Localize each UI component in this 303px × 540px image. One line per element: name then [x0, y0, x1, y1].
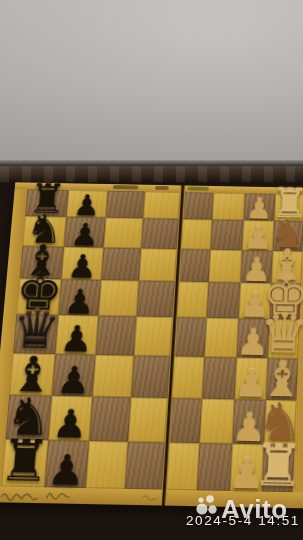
square-e1: ♚ [270, 283, 302, 319]
piece-black-pawn-g7: ♟ [69, 219, 100, 251]
piece-white-bishop-f1: ♝ [267, 244, 303, 287]
square-d1: ♛ [268, 319, 300, 359]
square-a3 [197, 443, 232, 491]
square-h8: ♜ [25, 189, 68, 217]
piece-white-pawn-f2: ♟ [241, 253, 272, 286]
wall-background [0, 0, 303, 166]
board-grid: ♜♟♟♜♞♟♟♞♝♟♟♝♚♟♟♚♛♟♟♛♝♟♟♝♞♟♟♞♜♟♟♜ [1, 189, 303, 492]
listing-photo: ♜♟♟♜♞♟♟♞♝♟♟♝♚♟♟♚♛♟♟♛♝♟♟♝♞♟♟♞♜♟♟♜ Avito 2… [0, 0, 303, 540]
square-d7: ♟ [55, 315, 98, 355]
piece-black-pawn-f7: ♟ [66, 250, 98, 283]
square-h2: ♟ [244, 193, 276, 220]
square-a2: ♟ [230, 444, 264, 492]
square-b5 [128, 397, 168, 442]
square-d5 [134, 316, 173, 356]
square-f3 [209, 250, 242, 283]
piece-black-pawn-b7: ♟ [51, 404, 89, 444]
square-c5 [131, 356, 170, 398]
square-b3 [200, 399, 235, 444]
piece-black-bishop-c8: ♝ [9, 349, 57, 399]
square-h3 [212, 193, 245, 221]
piece-white-pawn-c2: ♟ [233, 365, 268, 403]
square-e2: ♟ [239, 283, 272, 319]
square-g8: ♞ [22, 216, 66, 247]
piece-black-knight-b8: ♞ [4, 391, 54, 443]
handwriting-inscription [0, 489, 165, 505]
piece-black-pawn-h7: ♟ [73, 191, 102, 220]
piece-white-pawn-h2: ♟ [245, 194, 273, 223]
square-b8: ♞ [5, 395, 51, 440]
square-c6 [92, 355, 133, 397]
square-e5 [136, 281, 174, 317]
top-edge-ink-mark [155, 186, 169, 190]
square-g6 [104, 218, 144, 249]
photo-timestamp: 2024-5-4 14:51 [186, 513, 300, 528]
square-g2: ♟ [242, 220, 274, 251]
square-f2: ♟ [240, 250, 272, 283]
square-c3 [202, 357, 237, 399]
square-b1: ♞ [264, 400, 296, 445]
piece-white-pawn-d2: ♟ [236, 324, 270, 361]
piece-white-pawn-b2: ♟ [231, 408, 268, 448]
top-edge-ink-mark [113, 185, 139, 189]
piece-black-pawn-c7: ♟ [55, 361, 91, 399]
board-playing-area: ♜♟♟♜♞♟♟♞♝♟♟♝♚♟♟♚♛♟♟♛♝♟♟♝♞♟♟♞♜♟♟♜ [0, 189, 303, 509]
square-e8: ♚ [16, 278, 61, 314]
piece-black-pawn-e7: ♟ [63, 284, 96, 318]
square-d8: ♛ [13, 314, 58, 354]
top-edge-ink-mark [187, 186, 209, 190]
square-g3 [210, 220, 243, 251]
square-b2: ♟ [232, 399, 266, 444]
square-c7: ♟ [52, 354, 96, 396]
square-f6 [101, 248, 141, 281]
square-e7: ♟ [58, 279, 101, 315]
square-a6 [86, 441, 128, 489]
square-f1: ♝ [271, 251, 302, 284]
square-d2: ♟ [237, 318, 270, 358]
piece-white-pawn-e2: ♟ [239, 288, 271, 322]
square-h7: ♟ [66, 190, 107, 218]
square-f7: ♟ [61, 247, 103, 280]
square-g5 [141, 218, 178, 249]
square-a1: ♜ [262, 444, 295, 492]
table-back-edge [0, 166, 303, 182]
square-b7: ♟ [48, 396, 92, 441]
square-c8: ♝ [9, 353, 55, 396]
piece-black-pawn-a7: ♟ [46, 449, 86, 492]
square-c2: ♟ [235, 358, 268, 400]
chess-board: ♜♟♟♜♞♟♟♞♝♟♟♝♚♟♟♚♛♟♟♛♝♟♟♝♞♟♟♞♜♟♟♜ [0, 182, 303, 508]
square-d3 [204, 318, 238, 358]
square-g1: ♞ [273, 221, 303, 252]
piece-white-pawn-g2: ♟ [243, 222, 273, 254]
square-f8: ♝ [20, 246, 64, 279]
piece-white-pawn-a2: ♟ [227, 452, 266, 495]
square-e6 [98, 280, 138, 316]
square-f5 [139, 248, 177, 281]
piece-black-pawn-d7: ♟ [59, 321, 94, 358]
square-h6 [106, 191, 145, 219]
square-c1: ♝ [266, 358, 298, 400]
square-h5 [143, 191, 180, 219]
square-d6 [96, 316, 137, 356]
square-e3 [207, 282, 241, 318]
square-a7: ♟ [44, 440, 89, 488]
square-a8: ♜ [1, 439, 48, 487]
square-h1: ♜ [274, 194, 303, 221]
square-a5 [125, 442, 165, 490]
square-g7: ♟ [64, 217, 106, 248]
square-b6 [89, 397, 131, 442]
